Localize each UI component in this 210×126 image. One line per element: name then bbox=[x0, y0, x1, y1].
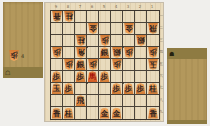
board-square-2b[interactable] bbox=[135, 23, 147, 35]
board-square-4e[interactable]: 歩 bbox=[111, 59, 123, 71]
board-square-4d[interactable]: 銀 bbox=[111, 47, 123, 59]
piece-7e: 銀 bbox=[76, 59, 86, 70]
board-square-3b[interactable]: 金 bbox=[123, 23, 135, 35]
hoshi-dot-2 bbox=[86, 82, 88, 84]
board-square-2d[interactable] bbox=[135, 47, 147, 59]
file-labels: 987654321 bbox=[50, 3, 158, 10]
rank-label-d: 四 bbox=[159, 46, 163, 58]
piece-4g: 歩 bbox=[112, 83, 122, 94]
board-square-7c[interactable]: 桂 bbox=[75, 35, 87, 47]
board-square-7a[interactable] bbox=[75, 11, 87, 23]
board-square-6g[interactable] bbox=[87, 83, 99, 95]
board-square-4h[interactable] bbox=[111, 95, 123, 107]
piece-5d: 銀 bbox=[100, 47, 110, 58]
piece-7h: 飛 bbox=[76, 95, 86, 106]
board-square-2a[interactable] bbox=[135, 11, 147, 23]
piece-3b: 金 bbox=[124, 23, 134, 34]
board-square-1a[interactable] bbox=[147, 11, 159, 23]
board-square-1f[interactable] bbox=[147, 71, 159, 83]
piece-3g: 歩 bbox=[124, 83, 134, 94]
board-square-9b[interactable] bbox=[51, 23, 63, 35]
board-square-3i[interactable] bbox=[123, 107, 135, 119]
board-square-8g[interactable]: 歩 bbox=[63, 83, 75, 95]
board-square-6d[interactable] bbox=[87, 47, 99, 59]
gote-name-bar: ☖ bbox=[3, 67, 43, 78]
board-square-2h[interactable] bbox=[135, 95, 147, 107]
board-square-7h[interactable]: 飛 bbox=[75, 95, 87, 107]
file-label-6: 6 bbox=[86, 3, 98, 10]
hand-piece-count: 4 bbox=[21, 53, 24, 59]
piece-9d: 歩 bbox=[52, 47, 62, 58]
board-square-5i[interactable]: 金 bbox=[99, 107, 111, 119]
board-square-9c[interactable] bbox=[51, 35, 63, 47]
board-square-6f[interactable]: 馬 bbox=[87, 71, 99, 83]
piece-5c: 歩 bbox=[100, 35, 110, 46]
rank-label-b: 二 bbox=[159, 22, 163, 34]
piece-9g: 玉 bbox=[52, 83, 62, 94]
board-square-5a[interactable] bbox=[99, 11, 111, 23]
board-square-3f[interactable] bbox=[123, 71, 135, 83]
piece-1d: 歩 bbox=[148, 47, 158, 58]
file-label-2: 2 bbox=[134, 3, 146, 10]
board-square-3h[interactable] bbox=[123, 95, 135, 107]
board-square-8c[interactable] bbox=[63, 35, 75, 47]
board-square-1h[interactable] bbox=[147, 95, 159, 107]
piece-9i: 香 bbox=[52, 108, 62, 119]
board-square-3d[interactable]: 歩 bbox=[123, 47, 135, 59]
piece-1i: 香 bbox=[148, 108, 158, 119]
board-square-2f[interactable] bbox=[135, 71, 147, 83]
file-label-5: 5 bbox=[98, 3, 110, 10]
board-square-1i[interactable]: 香 bbox=[147, 107, 159, 119]
piece-5i: 金 bbox=[100, 108, 110, 119]
shogi-board: 987654321 香桂金金飛桂歩銀歩角銀銀歩歩歩銀歩歩玉歩歩馬歩玉歩歩歩歩桂飛… bbox=[45, 3, 163, 121]
sente-komadai-edge bbox=[167, 120, 207, 124]
file-label-3: 3 bbox=[122, 3, 134, 10]
board-square-1d[interactable]: 歩 bbox=[147, 47, 159, 59]
board-square-9i[interactable]: 香 bbox=[51, 107, 63, 119]
board-square-8b[interactable] bbox=[63, 23, 75, 35]
piece-4d: 銀 bbox=[112, 47, 122, 58]
board-square-5h[interactable] bbox=[99, 95, 111, 107]
hand-piece-group[interactable]: 歩4 bbox=[9, 50, 24, 61]
board-square-3c[interactable] bbox=[123, 35, 135, 47]
rank-labels: 一二三四五六七八九 bbox=[159, 10, 163, 118]
gote-hand: 歩4 bbox=[9, 50, 24, 61]
piece-8a: 桂 bbox=[64, 11, 74, 22]
rank-label-a: 一 bbox=[159, 10, 163, 22]
board-square-5c[interactable]: 歩 bbox=[99, 35, 111, 47]
board-square-5e[interactable] bbox=[99, 59, 111, 71]
board-square-8a[interactable]: 桂 bbox=[63, 11, 75, 23]
board-square-4b[interactable] bbox=[111, 23, 123, 35]
board-square-4f[interactable] bbox=[111, 71, 123, 83]
app-background: 歩4 ☖ 987654321 香桂金金飛桂歩銀歩角銀銀歩歩歩銀歩歩玉歩歩馬歩玉歩… bbox=[0, 0, 210, 126]
file-label-4: 4 bbox=[110, 3, 122, 10]
piece-9a: 香 bbox=[52, 11, 62, 22]
board-square-7d[interactable]: 角 bbox=[75, 47, 87, 59]
gote-player-icon: ☖ bbox=[5, 70, 10, 76]
board-square-9g[interactable]: 玉 bbox=[51, 83, 63, 95]
sente-player-icon: ☗ bbox=[169, 51, 174, 57]
board-square-7g[interactable] bbox=[75, 83, 87, 95]
piece-6f: 馬 bbox=[88, 71, 98, 82]
board-square-6a[interactable] bbox=[87, 11, 99, 23]
piece-8g: 歩 bbox=[64, 83, 74, 94]
board-square-1g[interactable]: 桂 bbox=[147, 83, 159, 95]
sente-name-bar: ☗ bbox=[167, 48, 207, 59]
piece-7c: 桂 bbox=[76, 35, 86, 46]
rank-label-f: 六 bbox=[159, 70, 163, 82]
board-square-9h[interactable] bbox=[51, 95, 63, 107]
sente-komadai: ☗ bbox=[167, 48, 207, 124]
board-square-6b[interactable]: 金 bbox=[87, 23, 99, 35]
hoshi-dot-0 bbox=[86, 46, 88, 48]
hand-piece-p: 歩 bbox=[9, 50, 19, 61]
board-square-4a[interactable] bbox=[111, 11, 123, 23]
board-square-4c[interactable] bbox=[111, 35, 123, 47]
board-square-8i[interactable]: 桂 bbox=[63, 107, 75, 119]
piece-1e: 玉 bbox=[148, 59, 158, 70]
board-square-6h[interactable] bbox=[87, 95, 99, 107]
file-label-7: 7 bbox=[74, 3, 86, 10]
board-square-2g[interactable]: 歩 bbox=[135, 83, 147, 95]
rank-label-g: 七 bbox=[159, 82, 163, 94]
board-square-9f[interactable]: 歩 bbox=[51, 71, 63, 83]
piece-9f: 歩 bbox=[52, 71, 62, 82]
rank-label-i: 九 bbox=[159, 106, 163, 118]
board-square-7f[interactable]: 歩 bbox=[75, 71, 87, 83]
file-label-8: 8 bbox=[62, 3, 74, 10]
piece-2g: 歩 bbox=[136, 83, 146, 94]
board-square-7b[interactable] bbox=[75, 23, 87, 35]
board-square-2c[interactable]: 銀 bbox=[135, 35, 147, 47]
piece-8i: 桂 bbox=[64, 108, 74, 119]
piece-8e: 歩 bbox=[64, 59, 74, 70]
board-square-6i[interactable] bbox=[87, 107, 99, 119]
board-square-5d[interactable]: 銀 bbox=[99, 47, 111, 59]
board-square-6e[interactable]: 歩 bbox=[87, 59, 99, 71]
board-square-4g[interactable]: 歩 bbox=[111, 83, 123, 95]
board-square-5f[interactable]: 歩 bbox=[99, 71, 111, 83]
board-square-5b[interactable] bbox=[99, 23, 111, 35]
piece-3d: 歩 bbox=[124, 47, 134, 58]
board-square-3a[interactable] bbox=[123, 11, 135, 23]
board-square-8f[interactable] bbox=[63, 71, 75, 83]
piece-4e: 歩 bbox=[112, 59, 122, 70]
board-square-7i[interactable] bbox=[75, 107, 87, 119]
piece-7d: 角 bbox=[76, 47, 86, 58]
piece-5f: 歩 bbox=[100, 71, 110, 82]
board-square-4i[interactable]: 金 bbox=[111, 107, 123, 119]
piece-1b: 飛 bbox=[148, 23, 158, 34]
board-square-3g[interactable]: 歩 bbox=[123, 83, 135, 95]
rank-label-c: 三 bbox=[159, 34, 163, 46]
piece-4i: 金 bbox=[112, 108, 122, 119]
gote-komadai: 歩4 ☖ bbox=[3, 2, 43, 78]
board-square-9e[interactable] bbox=[51, 59, 63, 71]
board-square-1e[interactable]: 玉 bbox=[147, 59, 159, 71]
file-label-1: 1 bbox=[146, 3, 158, 10]
hoshi-dot-3 bbox=[122, 82, 124, 84]
board-square-7e[interactable]: 銀 bbox=[75, 59, 87, 71]
board-square-6c[interactable] bbox=[87, 35, 99, 47]
board-square-1c[interactable] bbox=[147, 35, 159, 47]
board-square-2e[interactable] bbox=[135, 59, 147, 71]
board-square-8e[interactable]: 歩 bbox=[63, 59, 75, 71]
board-square-8h[interactable] bbox=[63, 95, 75, 107]
rank-label-h: 八 bbox=[159, 94, 163, 106]
rank-label-e: 五 bbox=[159, 58, 163, 70]
board-square-5g[interactable] bbox=[99, 83, 111, 95]
board-square-3e[interactable] bbox=[123, 59, 135, 71]
board-grid: 香桂金金飛桂歩銀歩角銀銀歩歩歩銀歩歩玉歩歩馬歩玉歩歩歩歩桂飛香桂金金香 bbox=[50, 10, 160, 120]
piece-2c: 銀 bbox=[136, 35, 146, 46]
piece-7f: 歩 bbox=[76, 71, 86, 82]
board-square-9a[interactable]: 香 bbox=[51, 11, 63, 23]
board-square-9d[interactable]: 歩 bbox=[51, 47, 63, 59]
board-square-8d[interactable] bbox=[63, 47, 75, 59]
piece-6b: 金 bbox=[88, 23, 98, 34]
piece-1g: 桂 bbox=[148, 83, 158, 94]
board-square-1b[interactable]: 飛 bbox=[147, 23, 159, 35]
file-label-9: 9 bbox=[50, 3, 62, 10]
board-square-2i[interactable] bbox=[135, 107, 147, 119]
hoshi-dot-1 bbox=[122, 46, 124, 48]
piece-6e: 歩 bbox=[88, 59, 98, 70]
